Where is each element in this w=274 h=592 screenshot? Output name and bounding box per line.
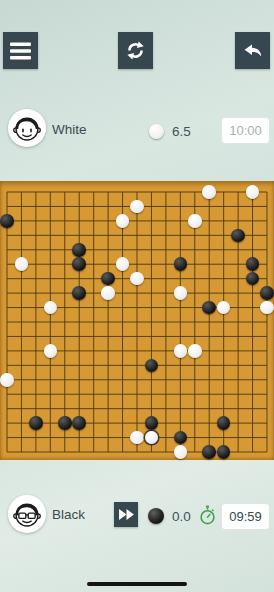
black-stone-icon bbox=[148, 508, 164, 524]
white-stone bbox=[130, 272, 144, 286]
black-stone bbox=[260, 286, 274, 300]
undo-button[interactable] bbox=[235, 32, 270, 69]
white-player-name: White bbox=[52, 122, 87, 137]
black-stone bbox=[174, 257, 188, 271]
black-stone bbox=[72, 286, 86, 300]
white-stone bbox=[15, 257, 29, 271]
go-board[interactable] bbox=[0, 181, 274, 460]
black-stone bbox=[231, 229, 245, 243]
fast-forward-button[interactable] bbox=[114, 502, 138, 527]
black-player-avatar bbox=[8, 495, 46, 533]
undo-arrow-icon bbox=[242, 40, 264, 62]
black-score: 0.0 bbox=[172, 509, 191, 524]
white-stone bbox=[260, 301, 274, 315]
home-indicator[interactable] bbox=[87, 582, 187, 586]
app-screen: White 6.5 10:00 Black 0.0 bbox=[0, 0, 274, 592]
black-stone bbox=[29, 416, 43, 430]
black-stone bbox=[58, 416, 72, 430]
black-stone bbox=[72, 243, 86, 257]
white-stone bbox=[174, 286, 188, 300]
white-stone bbox=[130, 200, 144, 214]
white-player-avatar bbox=[8, 109, 46, 147]
black-timer: 09:59 bbox=[221, 503, 270, 530]
white-stone bbox=[44, 344, 58, 358]
white-stone bbox=[188, 214, 202, 228]
white-stone bbox=[0, 373, 14, 387]
black-stone bbox=[217, 445, 231, 459]
black-stone bbox=[202, 445, 216, 459]
black-stone bbox=[145, 416, 159, 430]
white-stone bbox=[188, 344, 202, 358]
black-stone bbox=[72, 416, 86, 430]
white-timer: 10:00 bbox=[221, 117, 270, 144]
white-stone bbox=[174, 445, 188, 459]
white-stone bbox=[202, 185, 216, 199]
boy-face-icon bbox=[8, 109, 46, 147]
restart-button[interactable] bbox=[118, 32, 153, 69]
black-stone bbox=[0, 214, 14, 228]
white-stone bbox=[174, 344, 188, 358]
refresh-icon bbox=[124, 39, 147, 62]
black-stone bbox=[72, 257, 86, 271]
stopwatch-icon bbox=[200, 505, 215, 526]
white-stone-icon bbox=[149, 124, 164, 139]
glasses-face-icon bbox=[8, 495, 46, 533]
white-stone bbox=[130, 431, 144, 445]
white-stone bbox=[246, 185, 260, 199]
fast-forward-icon bbox=[117, 505, 136, 524]
black-player-name: Black bbox=[52, 507, 85, 522]
hamburger-icon bbox=[9, 41, 32, 61]
white-stone bbox=[116, 214, 130, 228]
menu-button[interactable] bbox=[3, 32, 38, 69]
white-stone bbox=[101, 286, 115, 300]
white-komi: 6.5 bbox=[172, 124, 191, 139]
